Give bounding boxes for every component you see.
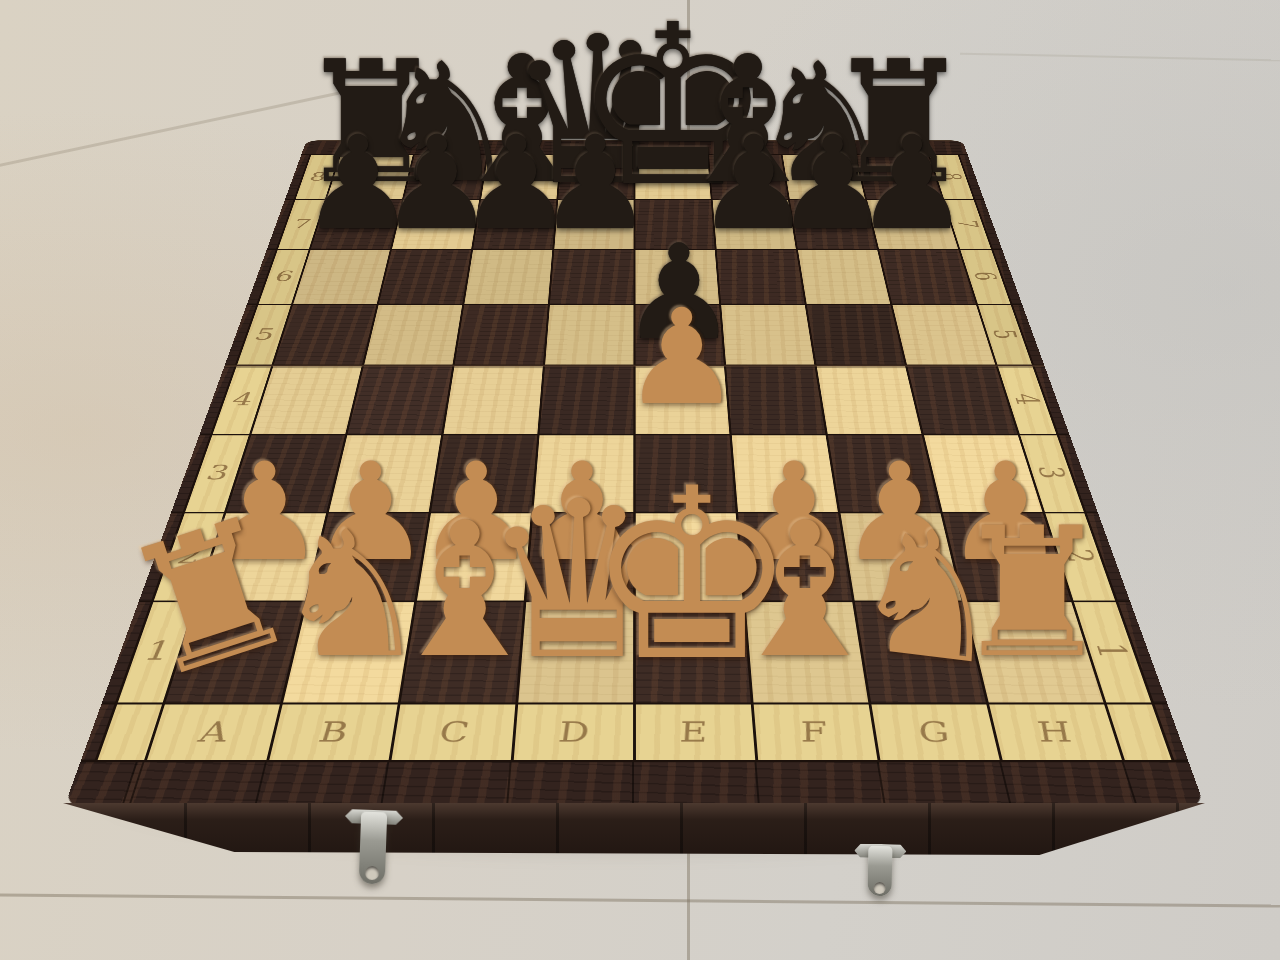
square-g1 [855,602,986,702]
square-f2 [738,513,852,600]
square-d3 [533,435,633,511]
floor-grain-line [960,53,1280,62]
square-b1 [283,602,414,702]
floor-plank-seam-horizontal [0,893,1280,907]
file-label-text: A [194,716,235,748]
square-e4 [636,366,730,434]
file-label-text: E [679,716,710,748]
square-c1 [401,602,524,702]
square-d1 [518,602,633,702]
rank-label-text: 1 [139,636,176,666]
rank-label-text: 3 [202,461,234,484]
square-g4 [817,366,922,434]
board-bottom-border [64,762,1205,807]
file-label-text: F [800,716,828,748]
board-fold-seam [224,364,1045,368]
file-label-text: B [315,716,353,748]
file-label-g: G [871,704,999,760]
square-f1 [745,602,868,702]
square-c2 [417,513,531,600]
square-b4 [348,366,453,434]
metal-clasp-right [853,840,906,901]
square-d4 [540,366,634,434]
board-scene: 8877665544332211ABCDEFGH [64,115,1205,805]
rank-label-text: 2 [1056,548,1102,562]
square-b3 [329,435,441,511]
square-g3 [828,435,940,511]
file-label-c: C [391,704,515,760]
file-label-text: C [436,716,473,748]
file-label-b: B [269,704,397,760]
square-g2 [841,513,962,600]
box-front-edge [63,803,1205,855]
metal-clasp-left [343,805,404,889]
square-e1 [636,602,751,702]
chess-board: 8877665544332211ABCDEFGH [64,140,1205,807]
file-label-text: G [917,716,952,748]
square-e2 [636,513,743,600]
file-label-a: A [147,704,280,760]
rank-label-text: 4 [228,389,257,410]
board-upper-half-tint [225,141,1044,364]
square-f3 [732,435,838,511]
rank-label-text: 2 [173,542,207,568]
rank-label-text: 4 [1006,394,1046,405]
square-d2 [526,513,633,600]
file-label-h: H [989,704,1122,760]
rank-label-text: 1 [1086,642,1136,659]
square-a4 [252,366,362,434]
square-e3 [636,435,736,511]
square-f4 [726,366,825,434]
square-c4 [444,366,543,434]
rank-label-text: 3 [1030,466,1073,479]
file-label-text: D [556,716,592,748]
file-label-d: D [514,704,633,760]
square-c3 [431,435,537,511]
square-b2 [308,513,429,600]
file-label-f: F [754,704,878,760]
file-label-e: E [636,704,755,760]
file-label-text: H [1035,716,1075,748]
